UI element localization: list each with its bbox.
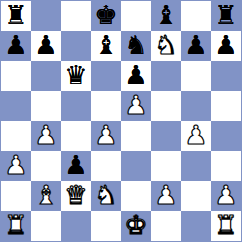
black-pawn: ♟ xyxy=(184,32,207,58)
square-h2[interactable]: ♟ xyxy=(211,181,241,211)
square-e1[interactable]: ♚ xyxy=(121,211,151,241)
square-c3[interactable]: ♟ xyxy=(61,151,91,181)
square-a3[interactable]: ♟ xyxy=(1,151,31,181)
square-a8[interactable]: ♜ xyxy=(1,1,31,31)
square-g2[interactable] xyxy=(181,181,211,211)
square-f5[interactable] xyxy=(151,91,181,121)
square-e2[interactable] xyxy=(121,181,151,211)
black-queen: ♛ xyxy=(64,62,87,88)
white-pawn: ♟ xyxy=(214,182,237,208)
square-c2[interactable]: ♛ xyxy=(61,181,91,211)
square-d8[interactable]: ♚ xyxy=(91,1,121,31)
square-b8[interactable] xyxy=(31,1,61,31)
square-c5[interactable] xyxy=(61,91,91,121)
square-d6[interactable] xyxy=(91,61,121,91)
square-h7[interactable]: ♟ xyxy=(211,31,241,61)
square-f1[interactable] xyxy=(151,211,181,241)
square-g6[interactable] xyxy=(181,61,211,91)
square-c6[interactable]: ♛ xyxy=(61,61,91,91)
white-pawn: ♟ xyxy=(124,92,147,118)
square-d2[interactable]: ♞ xyxy=(91,181,121,211)
black-pawn: ♟ xyxy=(64,152,87,178)
black-bishop: ♝ xyxy=(94,32,117,58)
square-e5[interactable]: ♟ xyxy=(121,91,151,121)
black-pawn: ♟ xyxy=(34,32,57,58)
square-g5[interactable] xyxy=(181,91,211,121)
square-a1[interactable]: ♜ xyxy=(1,211,31,241)
square-e6[interactable]: ♟ xyxy=(121,61,151,91)
white-king: ♚ xyxy=(124,212,147,238)
square-h6[interactable] xyxy=(211,61,241,91)
square-c4[interactable] xyxy=(61,121,91,151)
square-e4[interactable] xyxy=(121,121,151,151)
white-bishop: ♝ xyxy=(34,182,57,208)
square-b3[interactable] xyxy=(31,151,61,181)
white-pawn: ♟ xyxy=(94,122,117,148)
square-c7[interactable] xyxy=(61,31,91,61)
square-f4[interactable] xyxy=(151,121,181,151)
square-g8[interactable] xyxy=(181,1,211,31)
square-a5[interactable] xyxy=(1,91,31,121)
square-h8[interactable]: ♜ xyxy=(211,1,241,31)
white-knight: ♞ xyxy=(94,182,117,208)
white-rook: ♜ xyxy=(214,212,237,238)
square-a6[interactable] xyxy=(1,61,31,91)
square-h1[interactable]: ♜ xyxy=(211,211,241,241)
black-rook: ♜ xyxy=(4,2,27,28)
white-pawn: ♟ xyxy=(184,122,207,148)
chess-board: ♜♚♝♜♟♟♝♞♞♟♟♛♟♟♟♟♟♟♟♝♛♞♟♟♜♚♜ xyxy=(0,0,242,242)
black-king: ♚ xyxy=(94,2,117,28)
square-a2[interactable] xyxy=(1,181,31,211)
square-h4[interactable] xyxy=(211,121,241,151)
white-pawn: ♟ xyxy=(154,182,177,208)
square-h3[interactable] xyxy=(211,151,241,181)
square-d7[interactable]: ♝ xyxy=(91,31,121,61)
square-b6[interactable] xyxy=(31,61,61,91)
square-f2[interactable]: ♟ xyxy=(151,181,181,211)
square-c1[interactable] xyxy=(61,211,91,241)
square-f3[interactable] xyxy=(151,151,181,181)
square-b5[interactable] xyxy=(31,91,61,121)
square-g1[interactable] xyxy=(181,211,211,241)
square-h5[interactable] xyxy=(211,91,241,121)
black-bishop: ♝ xyxy=(154,2,177,28)
square-g7[interactable]: ♟ xyxy=(181,31,211,61)
square-e7[interactable]: ♞ xyxy=(121,31,151,61)
white-pawn: ♟ xyxy=(4,152,27,178)
square-b7[interactable]: ♟ xyxy=(31,31,61,61)
square-b2[interactable]: ♝ xyxy=(31,181,61,211)
square-d3[interactable] xyxy=(91,151,121,181)
square-g3[interactable] xyxy=(181,151,211,181)
square-c8[interactable] xyxy=(61,1,91,31)
square-a4[interactable] xyxy=(1,121,31,151)
white-knight: ♞ xyxy=(154,32,177,58)
white-pawn: ♟ xyxy=(34,122,57,148)
square-g4[interactable]: ♟ xyxy=(181,121,211,151)
square-b1[interactable] xyxy=(31,211,61,241)
black-knight: ♞ xyxy=(124,32,147,58)
white-queen: ♛ xyxy=(64,182,87,208)
square-a7[interactable]: ♟ xyxy=(1,31,31,61)
square-e3[interactable] xyxy=(121,151,151,181)
black-pawn: ♟ xyxy=(214,32,237,58)
square-d1[interactable] xyxy=(91,211,121,241)
black-rook: ♜ xyxy=(214,2,237,28)
square-d4[interactable]: ♟ xyxy=(91,121,121,151)
black-pawn: ♟ xyxy=(4,32,27,58)
square-d5[interactable] xyxy=(91,91,121,121)
square-b4[interactable]: ♟ xyxy=(31,121,61,151)
white-rook: ♜ xyxy=(4,212,27,238)
square-f7[interactable]: ♞ xyxy=(151,31,181,61)
square-f6[interactable] xyxy=(151,61,181,91)
black-pawn: ♟ xyxy=(124,62,147,88)
square-e8[interactable] xyxy=(121,1,151,31)
square-f8[interactable]: ♝ xyxy=(151,1,181,31)
